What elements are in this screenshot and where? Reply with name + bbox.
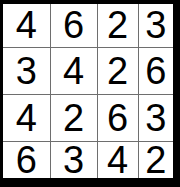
grid-cell-r1c4[interactable]: 3 [139,4,174,48]
grid-cell-r2c3[interactable]: 2 [98,48,139,95]
grid-cell-r1c2[interactable]: 6 [51,4,98,48]
grid-cell-r3c1[interactable]: 4 [3,95,51,142]
grid-cell-r4c3[interactable]: 4 [98,142,139,179]
grid-cell-r1c3[interactable]: 2 [98,4,139,48]
grid-cell-r4c4[interactable]: 2 [139,142,174,179]
grid-cell-r1c1[interactable]: 4 [3,4,51,48]
grid-4x4: 4 6 2 3 3 4 2 6 4 2 6 3 6 3 4 2 [3,4,173,178]
grid-cell-r3c2[interactable]: 2 [51,95,98,142]
grid-cell-r2c4[interactable]: 6 [139,48,174,95]
grid-cell-r4c1[interactable]: 6 [3,142,51,179]
grid-cell-r3c4[interactable]: 3 [139,95,174,142]
number-grid-board: 4 6 2 3 3 4 2 6 4 2 6 3 6 3 4 2 [0,0,180,187]
grid-cell-r3c3[interactable]: 6 [98,95,139,142]
grid-cell-r4c2[interactable]: 3 [51,142,98,179]
grid-cell-r2c2[interactable]: 4 [51,48,98,95]
grid-cell-r2c1[interactable]: 3 [3,48,51,95]
